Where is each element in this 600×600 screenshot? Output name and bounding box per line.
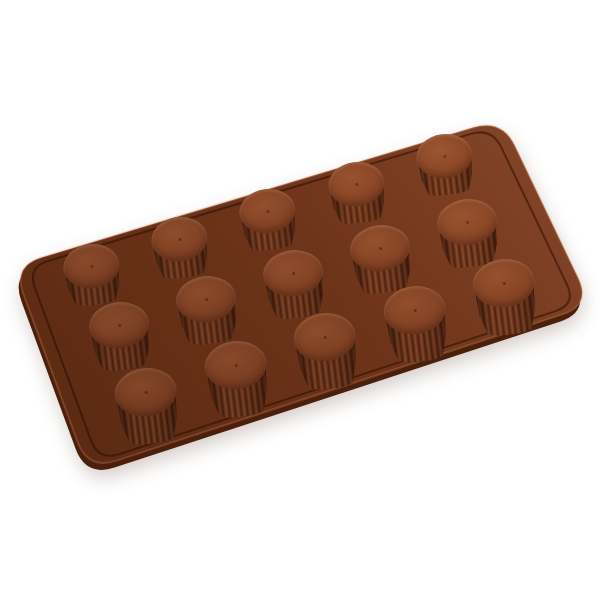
cavity-center-mark xyxy=(379,246,382,249)
mold-cavity xyxy=(291,310,363,403)
cavity-center-mark xyxy=(413,309,416,312)
cavity-center-mark xyxy=(324,336,327,339)
product-photo-scene xyxy=(0,0,600,600)
cavity-center-mark xyxy=(267,209,270,212)
cavity-center-mark xyxy=(179,237,182,240)
mold-cavity xyxy=(380,283,452,376)
cavity-center-mark xyxy=(205,298,208,301)
cavity-center-mark xyxy=(118,323,121,326)
cavity-center-mark xyxy=(466,220,469,223)
cavity-center-mark xyxy=(234,363,237,366)
cavity-center-mark xyxy=(355,182,358,185)
mold-cavity xyxy=(470,255,542,348)
cavity-center-mark xyxy=(503,281,506,284)
mold-cavity xyxy=(201,337,273,430)
cavity-center-mark xyxy=(145,390,148,393)
cavity-center-mark xyxy=(292,272,295,275)
cavity-center-mark xyxy=(443,154,446,157)
mold-cavity xyxy=(414,131,478,208)
cavity-grid xyxy=(0,0,600,600)
cavity-center-mark xyxy=(91,264,94,267)
mold-cavity xyxy=(112,365,184,458)
